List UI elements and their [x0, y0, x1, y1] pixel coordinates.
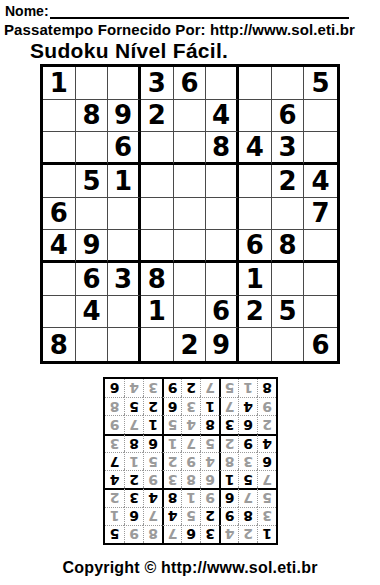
- puzzle-cell: 6: [43, 198, 76, 231]
- puzzle-cell: [272, 328, 305, 361]
- puzzle-cell: 6: [239, 230, 272, 263]
- puzzle-cell: [174, 198, 207, 231]
- solution-cell: 2: [257, 415, 276, 433]
- puzzle-cell: 2: [174, 328, 207, 361]
- puzzle-cell: 9: [206, 328, 239, 361]
- solution-cell: 6: [143, 434, 162, 452]
- solution-cell: 2: [105, 488, 124, 506]
- puzzle-cell: 9: [108, 100, 141, 133]
- puzzle-cell: [206, 198, 239, 231]
- solution-cell: 4: [238, 397, 257, 415]
- name-label: Nome:: [5, 3, 49, 19]
- puzzle-cell: [76, 67, 109, 100]
- solution-cell: 7: [181, 434, 200, 452]
- puzzle-cell: 7: [304, 198, 337, 231]
- puzzle-cell: 6: [174, 67, 207, 100]
- solution-cell: 9: [181, 452, 200, 470]
- puzzle-cell: [43, 296, 76, 329]
- puzzle-cell: [174, 296, 207, 329]
- puzzle-cell: [206, 165, 239, 198]
- solution-cell: 9: [143, 470, 162, 488]
- puzzle-cell: [206, 263, 239, 296]
- puzzle-cell: 8: [141, 263, 174, 296]
- solution-cell: 9: [219, 507, 238, 525]
- puzzle-cell: [239, 198, 272, 231]
- solution-cell: 7: [200, 379, 219, 397]
- puzzle-cell: [108, 230, 141, 263]
- solution-cell: 8: [181, 470, 200, 488]
- provided-by-text: Passatempo Fornecido Por: http://www.sol…: [4, 21, 355, 38]
- solution-cell: 5: [162, 415, 181, 433]
- puzzle-cell: [174, 100, 207, 133]
- solution-cell: 8: [143, 525, 162, 543]
- puzzle-cell: 1: [141, 296, 174, 329]
- solution-cell: 9: [124, 525, 143, 543]
- solution-cell: 5: [124, 397, 143, 415]
- solution-cell: 2: [162, 452, 181, 470]
- solution-cell: 3: [200, 525, 219, 543]
- solution-cell: 3: [181, 397, 200, 415]
- solution-cell: 6: [124, 507, 143, 525]
- solution-cell: 2: [143, 397, 162, 415]
- solution-cell: 6: [162, 397, 181, 415]
- solution-cell: 8: [200, 415, 219, 433]
- sudoku-worksheet-page: Nome: Passatempo Fornecido Por: http://w…: [0, 0, 380, 585]
- puzzle-cell: 2: [141, 100, 174, 133]
- solution-cell: 1: [200, 397, 219, 415]
- puzzle-cell: [76, 328, 109, 361]
- puzzle-cell: [272, 263, 305, 296]
- puzzle-cell: [239, 100, 272, 133]
- puzzle-cell: 2: [239, 296, 272, 329]
- puzzle-cell: 4: [76, 296, 109, 329]
- puzzle-cell: 8: [76, 100, 109, 133]
- puzzle-cell: 6: [76, 263, 109, 296]
- sudoku-puzzle-grid: 136589246684351246749686381416258296: [40, 64, 340, 364]
- solution-cell: 1: [162, 434, 181, 452]
- puzzle-cell: [239, 328, 272, 361]
- puzzle-cell: [141, 132, 174, 165]
- puzzle-cell: 1: [108, 165, 141, 198]
- puzzle-cell: [304, 100, 337, 133]
- puzzle-cell: 6: [206, 296, 239, 329]
- puzzle-cell: 3: [272, 132, 305, 165]
- solution-cell: 6: [257, 452, 276, 470]
- puzzle-cell: 4: [43, 230, 76, 263]
- puzzle-cell: [108, 67, 141, 100]
- solution-cell: 7: [124, 415, 143, 433]
- solution-cell: 1: [181, 488, 200, 506]
- solution-cell: 7: [238, 488, 257, 506]
- solution-cell: 8: [257, 379, 276, 397]
- solution-cell: 9: [105, 415, 124, 433]
- puzzle-cell: 4: [304, 165, 337, 198]
- solution-cell: 4: [200, 452, 219, 470]
- solution-cell: 5: [200, 434, 219, 452]
- puzzle-cell: 4: [206, 100, 239, 133]
- puzzle-cell: [43, 132, 76, 165]
- solution-cell: 1: [219, 470, 238, 488]
- solution-cell: 1: [124, 452, 143, 470]
- puzzle-cell: [141, 230, 174, 263]
- solution-cell: 1: [105, 507, 124, 525]
- puzzle-cell: 5: [272, 296, 305, 329]
- puzzle-cell: 9: [76, 230, 109, 263]
- puzzle-cell: 3: [108, 263, 141, 296]
- puzzle-cell: 6: [108, 132, 141, 165]
- solution-cell: 4: [219, 525, 238, 543]
- puzzle-cell: [76, 132, 109, 165]
- solution-cell: 6: [200, 470, 219, 488]
- solution-cell: 8: [162, 488, 181, 506]
- solution-cell: 3: [162, 470, 181, 488]
- puzzle-cell: [43, 100, 76, 133]
- puzzle-cell: 8: [43, 328, 76, 361]
- solution-cell: 2: [200, 507, 219, 525]
- solution-cell: 6: [219, 488, 238, 506]
- solution-cell: 4: [105, 470, 124, 488]
- solution-cell: 7: [105, 452, 124, 470]
- solution-cell: 5: [143, 452, 162, 470]
- puzzle-cell: [304, 296, 337, 329]
- solution-cell: 3: [105, 434, 124, 452]
- puzzle-cell: [174, 165, 207, 198]
- solution-cell: 1: [238, 379, 257, 397]
- puzzle-cell: 8: [206, 132, 239, 165]
- puzzle-cell: 2: [272, 165, 305, 198]
- solution-cell: 9: [238, 434, 257, 452]
- puzzle-cell: [108, 198, 141, 231]
- puzzle-cell: 5: [76, 165, 109, 198]
- puzzle-cell: [304, 230, 337, 263]
- puzzle-cell: 3: [141, 67, 174, 100]
- puzzle-cell: [206, 230, 239, 263]
- puzzle-cell: [206, 67, 239, 100]
- solution-cell: 2: [124, 470, 143, 488]
- solution-cell: 9: [162, 379, 181, 397]
- sudoku-solution-grid-rotated: 1243678953892547615769184327516839246384…: [103, 377, 278, 545]
- solution-cell: 6: [105, 379, 124, 397]
- solution-cell: 4: [162, 507, 181, 525]
- puzzle-cell: 4: [239, 132, 272, 165]
- puzzle-cell: [174, 230, 207, 263]
- solution-cell: 9: [200, 488, 219, 506]
- solution-cell: 7: [162, 525, 181, 543]
- solution-cell: 5: [219, 379, 238, 397]
- solution-cell: 4: [143, 488, 162, 506]
- puzzle-cell: [239, 67, 272, 100]
- solution-cell: 3: [124, 488, 143, 506]
- solution-cell: 9: [257, 397, 276, 415]
- solution-cell: 3: [257, 507, 276, 525]
- solution-cell: 5: [181, 507, 200, 525]
- solution-cell: 5: [105, 525, 124, 543]
- solution-cell: 7: [219, 397, 238, 415]
- solution-cell: 7: [143, 507, 162, 525]
- puzzle-cell: [108, 296, 141, 329]
- name-blank-line: [50, 2, 349, 19]
- solution-cell: 5: [238, 470, 257, 488]
- solution-cell: 4: [257, 434, 276, 452]
- puzzle-cell: [239, 165, 272, 198]
- solution-cell: 1: [143, 415, 162, 433]
- puzzle-cell: [141, 328, 174, 361]
- solution-cell: 6: [181, 525, 200, 543]
- solution-cell: 8: [124, 434, 143, 452]
- puzzle-cell: [272, 198, 305, 231]
- puzzle-cell: [76, 198, 109, 231]
- puzzle-cell: [43, 165, 76, 198]
- solution-cell: 6: [238, 415, 257, 433]
- solution-cell: 8: [219, 452, 238, 470]
- puzzle-cell: [108, 328, 141, 361]
- solution-cell: 8: [105, 397, 124, 415]
- solution-cell: 2: [238, 525, 257, 543]
- solution-cell: 7: [257, 470, 276, 488]
- puzzle-cell: [141, 165, 174, 198]
- puzzle-cell: 1: [43, 67, 76, 100]
- puzzle-cell: 8: [272, 230, 305, 263]
- solution-cell: 3: [143, 379, 162, 397]
- puzzle-cell: 5: [304, 67, 337, 100]
- puzzle-cell: [43, 263, 76, 296]
- puzzle-cell: [304, 263, 337, 296]
- puzzle-cell: [174, 263, 207, 296]
- puzzle-cell: [304, 132, 337, 165]
- puzzle-cell: [141, 198, 174, 231]
- puzzle-cell: 6: [272, 100, 305, 133]
- puzzle-cell: 1: [239, 263, 272, 296]
- solution-cell: 3: [219, 415, 238, 433]
- solution-cell: 2: [181, 379, 200, 397]
- solution-cell: 4: [124, 379, 143, 397]
- solution-cell: 5: [257, 488, 276, 506]
- puzzle-cell: [174, 132, 207, 165]
- page-title: Sudoku Nível Fácil.: [30, 39, 228, 63]
- solution-cell: 4: [181, 415, 200, 433]
- solution-cell: 3: [238, 452, 257, 470]
- solution-cell: 1: [257, 525, 276, 543]
- puzzle-cell: [272, 67, 305, 100]
- solution-cell: 8: [238, 507, 257, 525]
- copyright-text: Copyright © http://www.sol.eti.br: [0, 559, 380, 577]
- puzzle-cell: 6: [304, 328, 337, 361]
- solution-cell: 2: [219, 434, 238, 452]
- name-field-row: Nome:: [5, 2, 349, 19]
